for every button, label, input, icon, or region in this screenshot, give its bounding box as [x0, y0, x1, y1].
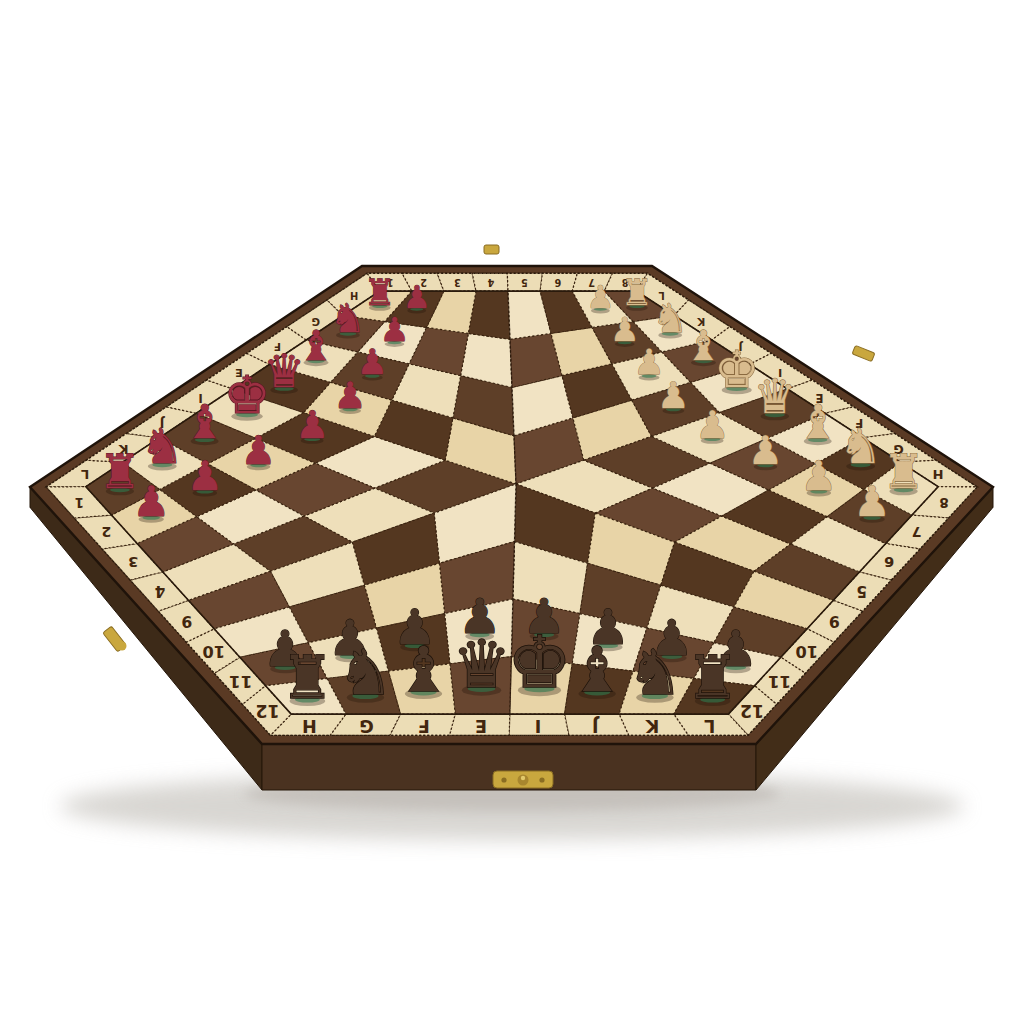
coordinate-label: E	[475, 716, 487, 736]
coordinate-label: H	[933, 467, 944, 482]
front-clasp-screw	[539, 777, 544, 782]
coordinate-label: H	[302, 716, 317, 736]
piece-dark-bishop[interactable]: ♝	[569, 633, 625, 706]
piece-red-pawn[interactable]: ♟	[295, 403, 329, 447]
piece-white-bishop[interactable]: ♝	[797, 395, 839, 449]
piece-white-rook[interactable]: ♜	[621, 271, 653, 314]
piece-white-pawn[interactable]: ♟	[657, 374, 690, 417]
coordinate-label: 5	[521, 277, 528, 288]
piece-white-pawn[interactable]: ♟	[801, 452, 837, 500]
piece-white-queen[interactable]: ♛	[753, 369, 796, 424]
piece-white-king[interactable]: ♚	[714, 340, 759, 399]
piece-white-pawn[interactable]: ♟	[748, 427, 783, 473]
coordinate-label: 8	[939, 495, 948, 511]
piece-white-knight[interactable]: ♞	[652, 295, 688, 341]
coordinate-label: 2	[101, 524, 111, 540]
piece-red-knight[interactable]: ♞	[141, 418, 184, 474]
piece-red-bishop[interactable]: ♝	[184, 395, 226, 449]
coordinate-label: 9	[829, 612, 840, 631]
coordinate-label: 11	[768, 672, 791, 692]
coordinate-label: K	[644, 716, 659, 736]
coordinate-label: G	[359, 716, 373, 736]
coordinate-label: 4	[487, 277, 494, 288]
coordinate-label: 9	[181, 612, 192, 631]
piece-red-king[interactable]: ♚	[224, 365, 271, 425]
coordinate-label: 6	[884, 554, 894, 571]
piece-dark-knight[interactable]: ♞	[338, 636, 394, 709]
piece-white-knight[interactable]: ♞	[839, 418, 882, 474]
coordinate-label: 5	[856, 582, 867, 600]
left-hinge-pin-knob	[118, 642, 127, 651]
coordinate-label: 10	[202, 642, 225, 661]
piece-dark-rook[interactable]: ♜	[281, 643, 334, 712]
back-clasp-tab	[484, 245, 499, 254]
coordinate-label: 6	[554, 277, 561, 288]
coordinate-label: J	[592, 716, 600, 736]
front-clasp-highlight	[521, 776, 525, 780]
piece-dark-king[interactable]: ♚	[507, 620, 571, 704]
coordinate-label: 3	[128, 554, 138, 571]
coordinate-label: I	[535, 716, 542, 736]
coordinate-label: 12	[740, 701, 764, 721]
coordinate-label: L	[704, 716, 715, 736]
coordinate-label: F	[418, 716, 430, 736]
right-side-latch	[852, 345, 875, 361]
coordinate-label: 11	[229, 672, 252, 692]
front-clasp-screw	[501, 777, 506, 782]
piece-dark-knight[interactable]: ♞	[627, 636, 683, 709]
coordinate-label: 3	[454, 277, 461, 288]
piece-dark-rook[interactable]: ♜	[686, 643, 739, 712]
coordinate-label: 4	[155, 582, 166, 600]
piece-red-pawn[interactable]: ♟	[241, 427, 276, 473]
piece-dark-queen[interactable]: ♛	[452, 626, 511, 702]
piece-red-pawn[interactable]: ♟	[187, 452, 223, 500]
coordinate-label: 1	[75, 495, 84, 511]
coordinate-label: 12	[255, 701, 279, 721]
piece-white-pawn[interactable]: ♟	[695, 403, 729, 447]
three-player-chess-board: LKJIEFGH12345678LKJIEFGH87659101112LKJIE…	[0, 0, 1024, 1024]
piece-red-pawn[interactable]: ♟	[334, 374, 367, 417]
piece-white-pawn[interactable]: ♟	[853, 477, 891, 526]
coordinate-label: L	[81, 467, 89, 482]
product-photo-stage: LKJIEFGH12345678LKJIEFGH87659101112LKJIE…	[0, 0, 1024, 1024]
coordinate-label: 10	[796, 642, 819, 661]
piece-dark-bishop[interactable]: ♝	[396, 633, 452, 706]
piece-red-pawn[interactable]: ♟	[132, 477, 170, 526]
coordinate-label: 7	[912, 524, 922, 540]
piece-red-knight[interactable]: ♞	[330, 295, 366, 341]
piece-red-rook[interactable]: ♜	[364, 271, 396, 314]
